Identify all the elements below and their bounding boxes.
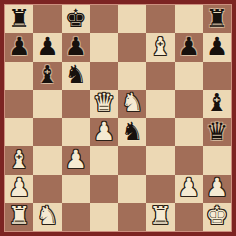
square-f5[interactable] xyxy=(146,90,174,118)
square-g6[interactable] xyxy=(175,62,203,90)
square-h4[interactable]: ♛ xyxy=(203,118,231,146)
chess-board: ♜♚♜♟♟♟♝♟♟♝♞♛♞♝♟♞♛♝♟♟♟♟♜♞♜♚ xyxy=(5,5,231,231)
square-d3[interactable] xyxy=(90,146,118,174)
piece-white-bishop[interactable]: ♝ xyxy=(149,34,171,59)
piece-white-queen[interactable]: ♛ xyxy=(93,90,115,115)
piece-white-rook[interactable]: ♜ xyxy=(149,203,171,228)
square-a4[interactable] xyxy=(5,118,33,146)
square-d5[interactable]: ♛ xyxy=(90,90,118,118)
square-f4[interactable] xyxy=(146,118,174,146)
square-c4[interactable] xyxy=(62,118,90,146)
square-g8[interactable] xyxy=(175,5,203,33)
piece-black-rook[interactable]: ♜ xyxy=(8,6,30,31)
square-f6[interactable] xyxy=(146,62,174,90)
square-e4[interactable]: ♞ xyxy=(118,118,146,146)
square-d1[interactable] xyxy=(90,203,118,231)
square-c5[interactable] xyxy=(62,90,90,118)
piece-white-knight[interactable]: ♞ xyxy=(36,203,58,228)
piece-black-pawn[interactable]: ♟ xyxy=(36,34,58,59)
piece-white-bishop[interactable]: ♝ xyxy=(8,147,30,172)
piece-black-rook[interactable]: ♜ xyxy=(206,6,228,31)
square-a2[interactable]: ♟ xyxy=(5,175,33,203)
piece-white-pawn[interactable]: ♟ xyxy=(8,175,30,200)
square-d8[interactable] xyxy=(90,5,118,33)
square-h6[interactable] xyxy=(203,62,231,90)
square-b3[interactable] xyxy=(33,146,61,174)
piece-white-pawn[interactable]: ♟ xyxy=(64,147,86,172)
square-a3[interactable]: ♝ xyxy=(5,146,33,174)
piece-white-knight[interactable]: ♞ xyxy=(121,90,143,115)
square-d6[interactable] xyxy=(90,62,118,90)
piece-black-pawn[interactable]: ♟ xyxy=(64,34,86,59)
square-e3[interactable] xyxy=(118,146,146,174)
square-h7[interactable]: ♟ xyxy=(203,33,231,61)
square-c2[interactable] xyxy=(62,175,90,203)
square-h5[interactable]: ♝ xyxy=(203,90,231,118)
square-e1[interactable] xyxy=(118,203,146,231)
square-c7[interactable]: ♟ xyxy=(62,33,90,61)
square-b5[interactable] xyxy=(33,90,61,118)
square-d2[interactable] xyxy=(90,175,118,203)
square-b2[interactable] xyxy=(33,175,61,203)
square-b7[interactable]: ♟ xyxy=(33,33,61,61)
square-h3[interactable] xyxy=(203,146,231,174)
square-a8[interactable]: ♜ xyxy=(5,5,33,33)
square-d4[interactable]: ♟ xyxy=(90,118,118,146)
square-a1[interactable]: ♜ xyxy=(5,203,33,231)
square-c8[interactable]: ♚ xyxy=(62,5,90,33)
square-a5[interactable] xyxy=(5,90,33,118)
square-g1[interactable] xyxy=(175,203,203,231)
square-c3[interactable]: ♟ xyxy=(62,146,90,174)
square-f8[interactable] xyxy=(146,5,174,33)
piece-black-pawn[interactable]: ♟ xyxy=(8,34,30,59)
piece-black-knight[interactable]: ♞ xyxy=(121,119,143,144)
square-b6[interactable]: ♝ xyxy=(33,62,61,90)
square-h8[interactable]: ♜ xyxy=(203,5,231,33)
square-c1[interactable] xyxy=(62,203,90,231)
square-g4[interactable] xyxy=(175,118,203,146)
piece-white-pawn[interactable]: ♟ xyxy=(206,175,228,200)
square-a6[interactable] xyxy=(5,62,33,90)
square-g3[interactable] xyxy=(175,146,203,174)
square-d7[interactable] xyxy=(90,33,118,61)
square-f7[interactable]: ♝ xyxy=(146,33,174,61)
board-inner-frame: ♜♚♜♟♟♟♝♟♟♝♞♛♞♝♟♞♛♝♟♟♟♟♜♞♜♚ xyxy=(4,4,232,232)
piece-black-king[interactable]: ♚ xyxy=(64,6,86,31)
piece-black-queen[interactable]: ♛ xyxy=(206,119,228,144)
square-b1[interactable]: ♞ xyxy=(33,203,61,231)
piece-black-bishop[interactable]: ♝ xyxy=(36,62,58,87)
square-e2[interactable] xyxy=(118,175,146,203)
square-h1[interactable]: ♚ xyxy=(203,203,231,231)
square-b4[interactable] xyxy=(33,118,61,146)
square-h2[interactable]: ♟ xyxy=(203,175,231,203)
square-e5[interactable]: ♞ xyxy=(118,90,146,118)
square-b8[interactable] xyxy=(33,5,61,33)
piece-black-pawn[interactable]: ♟ xyxy=(177,34,199,59)
square-e8[interactable] xyxy=(118,5,146,33)
square-g5[interactable] xyxy=(175,90,203,118)
piece-black-knight[interactable]: ♞ xyxy=(64,62,86,87)
square-g7[interactable]: ♟ xyxy=(175,33,203,61)
square-f2[interactable] xyxy=(146,175,174,203)
square-f1[interactable]: ♜ xyxy=(146,203,174,231)
square-a7[interactable]: ♟ xyxy=(5,33,33,61)
square-e6[interactable] xyxy=(118,62,146,90)
piece-white-king[interactable]: ♚ xyxy=(206,203,228,228)
square-g2[interactable]: ♟ xyxy=(175,175,203,203)
piece-black-pawn[interactable]: ♟ xyxy=(206,34,228,59)
piece-black-bishop[interactable]: ♝ xyxy=(206,90,228,115)
square-f3[interactable] xyxy=(146,146,174,174)
piece-white-rook[interactable]: ♜ xyxy=(8,203,30,228)
square-e7[interactable] xyxy=(118,33,146,61)
board-frame: ♜♚♜♟♟♟♝♟♟♝♞♛♞♝♟♞♛♝♟♟♟♟♜♞♜♚ xyxy=(0,0,236,236)
piece-white-pawn[interactable]: ♟ xyxy=(177,175,199,200)
square-c6[interactable]: ♞ xyxy=(62,62,90,90)
piece-white-pawn[interactable]: ♟ xyxy=(93,119,115,144)
